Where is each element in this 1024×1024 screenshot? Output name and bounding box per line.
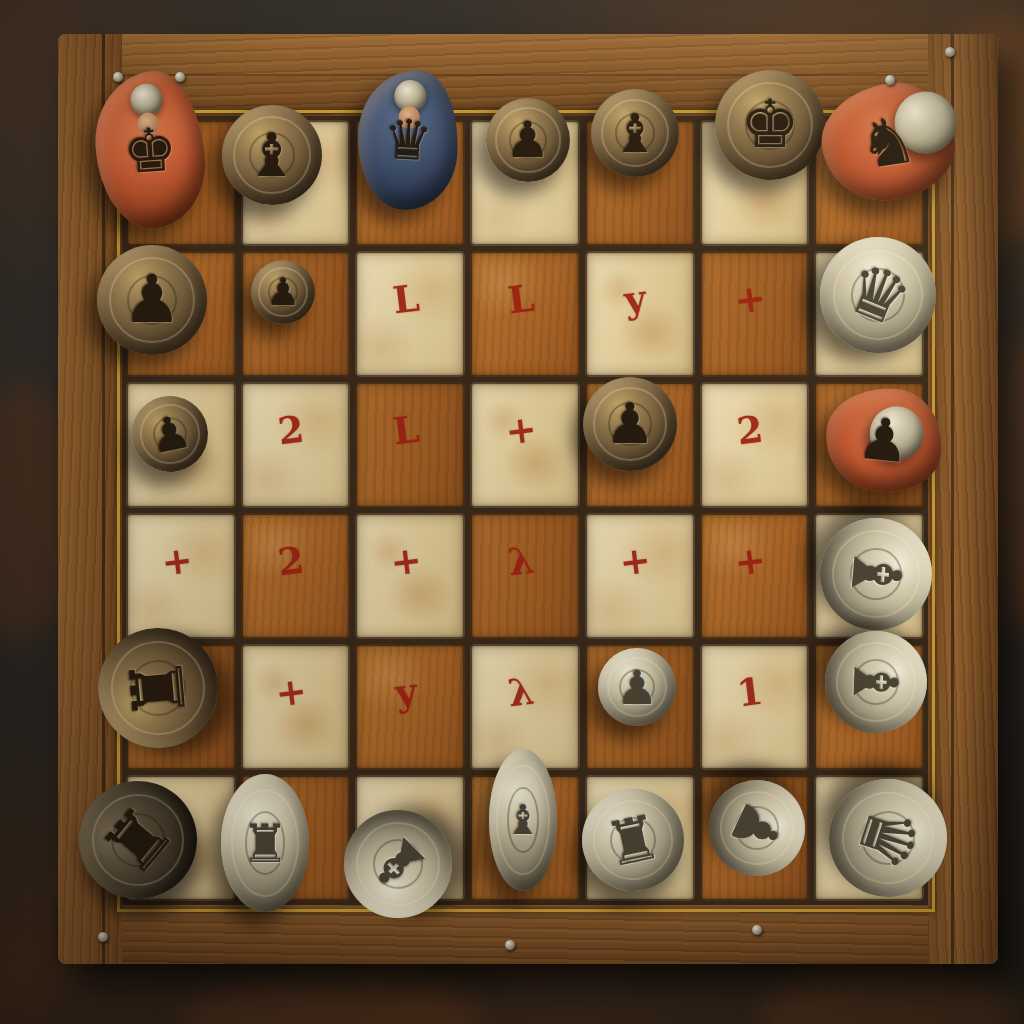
red-painted-mark: y [393, 669, 420, 715]
a5-piece-glyph: ♜ [119, 653, 196, 724]
piece-g3[interactable]: ♟ [825, 387, 942, 494]
c1-piece-glyph: ♛ [382, 111, 434, 169]
piece-e1[interactable]: ♝ [591, 89, 679, 177]
nail-stud-icon [98, 932, 108, 942]
piece-g1[interactable]: ♞ [820, 80, 956, 204]
a2-piece-glyph: ♟ [122, 267, 181, 333]
piece-g4[interactable]: ♝ [815, 513, 936, 634]
piece-a1[interactable]: ♚ [95, 74, 205, 226]
board-photo-stage: LLy+2L+2+2+λ+++yλ1 ♚♝♛♟♝♚♞♟♟♛♟♟♟♝♜♟♝♜♜♝♝… [0, 0, 1024, 1024]
b6-piece-glyph: ♜ [241, 817, 289, 870]
g1-piece-glyph: ♞ [855, 106, 922, 178]
plank-seam [58, 74, 998, 76]
square-e2[interactable]: y [585, 251, 695, 377]
piece-e5[interactable]: ♟ [598, 648, 676, 726]
red-painted-mark: + [503, 407, 539, 454]
red-painted-mark: L [390, 407, 421, 454]
square-c4[interactable]: + [355, 513, 465, 639]
b1-piece-glyph: ♝ [245, 125, 299, 185]
piece-e6[interactable]: ♜ [573, 780, 694, 901]
e3-piece-glyph: ♟ [605, 396, 655, 452]
g5-piece-glyph: ♝ [845, 654, 908, 711]
red-painted-mark: L [505, 276, 536, 323]
square-d3[interactable]: + [470, 382, 580, 508]
red-painted-mark: + [388, 538, 424, 585]
red-painted-mark: L [390, 276, 421, 323]
nail-stud-icon [945, 47, 955, 57]
piece-a5[interactable]: ♜ [93, 623, 223, 753]
rust-patch [180, 975, 480, 1024]
red-painted-mark: + [732, 538, 768, 585]
g3-piece-glyph: ♟ [855, 408, 913, 471]
piece-g5[interactable]: ♝ [823, 629, 928, 734]
square-c5[interactable]: y [355, 644, 465, 770]
square-f4[interactable]: + [700, 513, 810, 639]
nail-stud-icon [175, 72, 185, 82]
square-b4[interactable]: 2 [241, 513, 351, 639]
nail-stud-icon [752, 925, 762, 935]
g4-piece-glyph: ♝ [840, 541, 912, 607]
square-f3[interactable]: 2 [700, 382, 810, 508]
piece-b6[interactable]: ♜ [221, 774, 309, 912]
square-f5[interactable]: 1 [700, 644, 810, 770]
piece-b1[interactable]: ♝ [222, 105, 322, 205]
red-painted-mark: + [159, 538, 195, 585]
frame-bottom [58, 905, 998, 964]
red-painted-mark: λ [505, 669, 536, 716]
piece-b2[interactable]: ♟ [251, 260, 315, 324]
square-c3[interactable]: L [355, 382, 465, 508]
d1-piece-glyph: ♟ [506, 115, 551, 165]
piece-a3[interactable]: ♟ [125, 389, 215, 479]
red-painted-mark: y [622, 276, 649, 322]
nail-stud-icon [885, 75, 895, 85]
red-painted-mark: λ [505, 538, 536, 585]
square-b5[interactable]: + [241, 644, 351, 770]
b2-piece-glyph: ♟ [266, 273, 300, 311]
piece-a2[interactable]: ♟ [97, 245, 207, 355]
square-c2[interactable]: L [355, 251, 465, 377]
square-b3[interactable]: 2 [241, 382, 351, 508]
red-painted-mark: 2 [276, 538, 307, 585]
square-f2[interactable]: + [700, 251, 810, 377]
d6-piece-glyph: ♝ [505, 800, 542, 841]
square-d2[interactable]: L [470, 251, 580, 377]
red-painted-mark: + [732, 276, 768, 323]
red-painted-mark: 2 [735, 407, 766, 454]
square-e4[interactable]: + [585, 513, 695, 639]
red-painted-mark: 2 [276, 407, 307, 454]
red-painted-mark: + [617, 538, 653, 585]
piece-c1[interactable]: ♛ [359, 73, 458, 208]
red-painted-mark: 1 [735, 669, 766, 716]
f1-piece-glyph: ♚ [740, 92, 799, 158]
red-painted-mark: + [273, 669, 309, 716]
piece-e3[interactable]: ♟ [583, 377, 677, 471]
e5-piece-glyph: ♟ [616, 664, 658, 711]
piece-f1[interactable]: ♚ [715, 70, 825, 180]
rust-patch [760, 960, 1020, 1024]
piece-d1[interactable]: ♟ [486, 98, 570, 182]
square-a4[interactable]: + [126, 513, 236, 639]
square-d4[interactable]: λ [470, 513, 580, 639]
nail-stud-icon [113, 72, 123, 82]
e1-piece-glyph: ♝ [611, 107, 659, 160]
nail-stud-icon [505, 940, 515, 950]
piece-d6[interactable]: ♝ [489, 749, 557, 891]
a1-piece-glyph: ♚ [121, 118, 179, 182]
